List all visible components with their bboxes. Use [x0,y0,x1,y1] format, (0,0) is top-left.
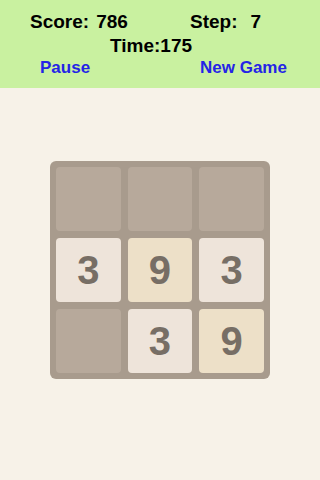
board-cell: 3 [56,238,121,302]
score-value: 786 [96,12,128,31]
time-label: Time: [110,35,160,56]
game-board[interactable]: 3 9 3 3 9 [50,161,270,379]
new-game-button[interactable]: New Game [200,59,287,76]
game-header: Score:786 Step:7 Time:175 Pause New Game [0,0,320,88]
board-cell: 3 [199,238,264,302]
step-label: Step: [190,11,238,32]
score-display: Score:786 [30,12,128,31]
board-cell [128,167,193,231]
time-value: 175 [160,35,192,56]
pause-button[interactable]: Pause [40,59,90,76]
board-cell [56,309,121,373]
board-cell [56,167,121,231]
step-display: Step:7 [190,12,261,31]
time-display: Time:175 [110,36,192,55]
score-label: Score: [30,11,89,32]
step-value: 7 [251,12,262,31]
board-cell: 3 [128,309,193,373]
board-cell: 9 [199,309,264,373]
board-cell: 9 [128,238,193,302]
board-cell [199,167,264,231]
